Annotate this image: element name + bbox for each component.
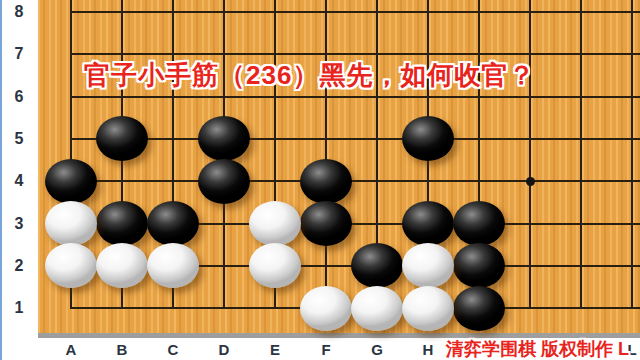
row-label: 7 xyxy=(4,46,34,62)
grid-hline xyxy=(70,11,640,13)
white-stone xyxy=(351,286,403,331)
black-stone xyxy=(198,159,250,204)
black-stone xyxy=(453,286,505,331)
black-stone xyxy=(147,201,199,246)
go-app-screen: 87654321ABCDEFGHL 官子小手筋（236）黑先，如何收官？ 清弈学… xyxy=(0,0,640,360)
grid-vline xyxy=(580,0,582,309)
black-stone xyxy=(300,201,352,246)
white-stone xyxy=(402,243,454,288)
white-stone xyxy=(96,243,148,288)
white-stone xyxy=(300,286,352,331)
column-label: D xyxy=(209,342,239,358)
row-label: 6 xyxy=(4,89,34,105)
black-stone xyxy=(45,159,97,204)
column-label: G xyxy=(362,342,392,358)
column-label: C xyxy=(158,342,188,358)
grid-vline xyxy=(631,0,633,309)
black-stone xyxy=(300,159,352,204)
black-stone xyxy=(351,243,403,288)
black-stone xyxy=(402,201,454,246)
white-stone xyxy=(249,243,301,288)
grid-hline xyxy=(70,96,640,98)
grid-vline xyxy=(325,0,327,309)
puzzle-title: 官子小手筋（236）黑先，如何收官？ xyxy=(84,58,535,93)
black-stone xyxy=(198,116,250,161)
white-stone xyxy=(147,243,199,288)
star-point xyxy=(526,177,535,186)
row-label: 8 xyxy=(4,4,34,20)
black-stone xyxy=(96,201,148,246)
row-label: 4 xyxy=(4,173,34,189)
white-stone xyxy=(249,201,301,246)
black-stone xyxy=(453,243,505,288)
column-label: F xyxy=(311,342,341,358)
row-label: 1 xyxy=(4,300,34,316)
row-label: 2 xyxy=(4,258,34,274)
column-label: H xyxy=(413,342,443,358)
black-stone xyxy=(453,201,505,246)
grid-hline xyxy=(70,180,640,182)
white-stone xyxy=(402,286,454,331)
grid-hline xyxy=(70,138,640,140)
grid-hline xyxy=(70,53,640,55)
row-label: 5 xyxy=(4,131,34,147)
white-stone xyxy=(45,243,97,288)
black-stone xyxy=(402,116,454,161)
white-stone xyxy=(45,201,97,246)
board-layer: 87654321ABCDEFGHL xyxy=(0,0,640,360)
grid-vline xyxy=(529,0,531,309)
watermark: 清弈学围棋 版权制作 L xyxy=(446,337,629,360)
column-label: B xyxy=(107,342,137,358)
black-stone xyxy=(96,116,148,161)
column-label: E xyxy=(260,342,290,358)
column-label: A xyxy=(56,342,86,358)
row-label: 3 xyxy=(4,216,34,232)
